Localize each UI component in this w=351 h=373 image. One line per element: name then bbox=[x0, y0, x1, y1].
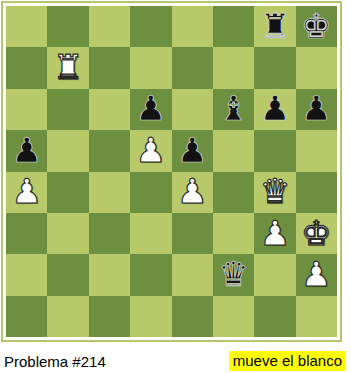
square-c5[interactable] bbox=[89, 130, 130, 171]
square-g6[interactable]: ♟ bbox=[254, 89, 295, 130]
square-c7[interactable] bbox=[89, 47, 130, 88]
white-pawn-e4: ♟ bbox=[177, 174, 207, 208]
white-pawn-h2: ♟ bbox=[301, 257, 331, 291]
black-queen-f2: ♛ bbox=[218, 257, 248, 291]
square-c6[interactable] bbox=[89, 89, 130, 130]
white-queen-g4: ♛ bbox=[260, 174, 290, 208]
black-pawn-g6: ♟ bbox=[260, 91, 290, 125]
white-pawn-g3: ♟ bbox=[260, 216, 290, 250]
black-pawn-h6: ♟ bbox=[301, 91, 331, 125]
square-g8[interactable]: ♜ bbox=[254, 6, 295, 47]
square-f1[interactable] bbox=[213, 296, 254, 337]
square-f7[interactable] bbox=[213, 47, 254, 88]
square-b8[interactable] bbox=[47, 6, 88, 47]
square-h1[interactable] bbox=[296, 296, 337, 337]
black-pawn-e5: ♟ bbox=[177, 133, 207, 167]
caption-bar: Problema #214 mueve el blanco bbox=[0, 349, 351, 373]
square-b4[interactable] bbox=[47, 172, 88, 213]
square-h7[interactable] bbox=[296, 47, 337, 88]
square-h6[interactable]: ♟ bbox=[296, 89, 337, 130]
black-pawn-a5: ♟ bbox=[11, 133, 41, 167]
square-d7[interactable] bbox=[130, 47, 171, 88]
square-c2[interactable] bbox=[89, 254, 130, 295]
board-frame: ♜♚♜♟♝♟♟♟♟♟♟♟♛♟♚♛♟ bbox=[1, 1, 342, 342]
square-g7[interactable] bbox=[254, 47, 295, 88]
square-b1[interactable] bbox=[47, 296, 88, 337]
square-b5[interactable] bbox=[47, 130, 88, 171]
square-a5[interactable]: ♟ bbox=[6, 130, 47, 171]
square-f2[interactable]: ♛ bbox=[213, 254, 254, 295]
square-c8[interactable] bbox=[89, 6, 130, 47]
square-a1[interactable] bbox=[6, 296, 47, 337]
square-c1[interactable] bbox=[89, 296, 130, 337]
square-e4[interactable]: ♟ bbox=[172, 172, 213, 213]
square-h4[interactable] bbox=[296, 172, 337, 213]
square-b2[interactable] bbox=[47, 254, 88, 295]
square-e7[interactable] bbox=[172, 47, 213, 88]
square-c4[interactable] bbox=[89, 172, 130, 213]
square-d8[interactable] bbox=[130, 6, 171, 47]
chess-problem-page: ♜♚♜♟♝♟♟♟♟♟♟♟♛♟♚♛♟ Problema #214 mueve el… bbox=[0, 0, 351, 373]
black-king-h8: ♚ bbox=[301, 9, 331, 43]
square-g1[interactable] bbox=[254, 296, 295, 337]
square-f6[interactable]: ♝ bbox=[213, 89, 254, 130]
square-e8[interactable] bbox=[172, 6, 213, 47]
square-a6[interactable] bbox=[6, 89, 47, 130]
square-e1[interactable] bbox=[172, 296, 213, 337]
white-king-h3: ♚ bbox=[301, 216, 331, 250]
square-a3[interactable] bbox=[6, 213, 47, 254]
square-h5[interactable] bbox=[296, 130, 337, 171]
square-f8[interactable] bbox=[213, 6, 254, 47]
square-e2[interactable] bbox=[172, 254, 213, 295]
square-a4[interactable]: ♟ bbox=[6, 172, 47, 213]
square-c3[interactable] bbox=[89, 213, 130, 254]
square-f5[interactable] bbox=[213, 130, 254, 171]
square-g4[interactable]: ♛ bbox=[254, 172, 295, 213]
square-g3[interactable]: ♟ bbox=[254, 213, 295, 254]
square-f3[interactable] bbox=[213, 213, 254, 254]
side-to-move-indicator: mueve el blanco bbox=[229, 351, 346, 371]
square-e6[interactable] bbox=[172, 89, 213, 130]
square-d1[interactable] bbox=[130, 296, 171, 337]
chess-board: ♜♚♜♟♝♟♟♟♟♟♟♟♛♟♚♛♟ bbox=[6, 6, 337, 337]
square-f4[interactable] bbox=[213, 172, 254, 213]
problem-label: Problema #214 bbox=[0, 353, 106, 370]
white-rook-b7: ♜ bbox=[53, 50, 83, 84]
square-b3[interactable] bbox=[47, 213, 88, 254]
square-d3[interactable] bbox=[130, 213, 171, 254]
square-d4[interactable] bbox=[130, 172, 171, 213]
square-a8[interactable] bbox=[6, 6, 47, 47]
square-h8[interactable]: ♚ bbox=[296, 6, 337, 47]
square-e5[interactable]: ♟ bbox=[172, 130, 213, 171]
square-a2[interactable] bbox=[6, 254, 47, 295]
square-b6[interactable] bbox=[47, 89, 88, 130]
black-pawn-d6: ♟ bbox=[136, 91, 166, 125]
square-h3[interactable]: ♚ bbox=[296, 213, 337, 254]
square-d5[interactable]: ♟ bbox=[130, 130, 171, 171]
square-e3[interactable] bbox=[172, 213, 213, 254]
square-d2[interactable] bbox=[130, 254, 171, 295]
square-b7[interactable]: ♜ bbox=[47, 47, 88, 88]
white-pawn-a4: ♟ bbox=[11, 174, 41, 208]
square-d6[interactable]: ♟ bbox=[130, 89, 171, 130]
black-rook-g8: ♜ bbox=[260, 9, 290, 43]
square-g2[interactable] bbox=[254, 254, 295, 295]
square-h2[interactable]: ♟ bbox=[296, 254, 337, 295]
white-pawn-d5: ♟ bbox=[136, 133, 166, 167]
square-g5[interactable] bbox=[254, 130, 295, 171]
black-bishop-f6: ♝ bbox=[218, 91, 248, 125]
square-a7[interactable] bbox=[6, 47, 47, 88]
